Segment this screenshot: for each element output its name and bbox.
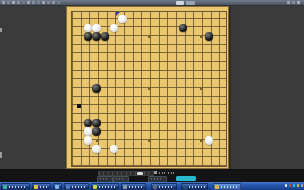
taskbar-button-label: [189, 186, 205, 188]
taskbar-button[interactable]: [181, 183, 208, 190]
last-move-triangle-marker: [116, 12, 120, 16]
game-nav-strip: [0, 169, 304, 182]
stone-black-E16: [101, 32, 109, 40]
toolbar-icon[interactable]: [287, 1, 290, 4]
taskbar-button-label: [40, 186, 48, 188]
toolbar-icon[interactable]: [57, 1, 60, 4]
taskbar-button[interactable]: [121, 183, 146, 190]
toolbar-icon[interactable]: [52, 1, 55, 4]
taskbar-button-label: [99, 186, 116, 188]
toolbar-icon[interactable]: [22, 1, 25, 4]
toolbar-icon-group-left[interactable]: [2, 1, 60, 4]
taskbar-button-label: [129, 186, 143, 188]
toolbar-mode-icon[interactable]: [186, 1, 195, 5]
app-icon: [215, 185, 219, 189]
stone-black-D10: [92, 84, 100, 92]
system-tray: [285, 184, 304, 187]
toolbar-icon[interactable]: [47, 1, 50, 4]
stone-white-C17: [84, 24, 92, 32]
toolbar-icon[interactable]: [292, 1, 295, 4]
move-counter-current: [159, 172, 166, 175]
app-icon: [66, 185, 70, 189]
app-icon: [3, 185, 7, 189]
taskbar-button[interactable]: [213, 183, 241, 190]
left-panel-notch: [0, 152, 2, 158]
tray-icon[interactable]: [289, 184, 292, 187]
toolbar-icon[interactable]: [17, 1, 20, 4]
left-panel-notch: [0, 28, 2, 32]
tray-icon[interactable]: [297, 184, 300, 187]
stone-white-G18: [118, 15, 126, 23]
taskbar-button-label: [72, 186, 86, 188]
app-icon: [55, 185, 59, 189]
toolbar-icon[interactable]: [297, 1, 300, 4]
toolbar-icon[interactable]: [32, 1, 35, 4]
stone-white-C4: [84, 136, 92, 144]
app-icon: [153, 185, 157, 189]
square-marker-B8: [77, 104, 81, 108]
app-icon: [123, 185, 127, 189]
stone-black-C6: [84, 119, 92, 127]
stone-layer: [66, 6, 230, 170]
taskbar: [0, 182, 304, 190]
tray-icon[interactable]: [293, 184, 296, 187]
taskbar-button[interactable]: [1, 183, 30, 190]
move-slider-handle[interactable]: [137, 172, 143, 176]
toolbar-icon-group-right[interactable]: [287, 1, 300, 4]
toolbar-icon[interactable]: [42, 1, 45, 4]
taskbar-button-label: [221, 186, 238, 188]
toolbar-highlighted-icon[interactable]: [176, 1, 184, 5]
taskbar-button[interactable]: [151, 183, 177, 190]
tray-icon[interactable]: [301, 184, 304, 187]
stone-white-F17: [110, 24, 118, 32]
taskbar-button[interactable]: [32, 183, 51, 190]
taskbar-button[interactable]: [53, 183, 62, 190]
toolbar-icon[interactable]: [27, 1, 30, 4]
app-icon: [34, 185, 38, 189]
toolbar-icon[interactable]: [37, 1, 40, 4]
stone-black-C16: [84, 32, 92, 40]
move-counter-checkbox[interactable]: [154, 171, 157, 174]
stone-white-R4: [205, 136, 213, 144]
tray-icon[interactable]: [285, 184, 288, 187]
taskbar-button-label: [9, 186, 27, 188]
stone-white-D3: [92, 145, 100, 153]
toolbar-icon[interactable]: [12, 1, 15, 4]
stone-black-D16: [92, 32, 100, 40]
stone-black-D6: [92, 119, 100, 127]
app-icon: [93, 185, 97, 189]
taskbar-button[interactable]: [91, 183, 119, 190]
stone-black-R16: [205, 32, 213, 40]
toolbar-icon[interactable]: [2, 1, 5, 4]
go-board[interactable]: [66, 6, 229, 169]
stone-black-O17: [179, 24, 187, 32]
stone-white-F3: [110, 145, 118, 153]
stone-white-D17: [92, 24, 100, 32]
taskbar-button[interactable]: [64, 183, 89, 190]
confirm-nav-button[interactable]: [176, 176, 196, 181]
stone-white-C5: [84, 127, 92, 135]
taskbar-button-label: [159, 186, 174, 188]
app-icon: [183, 185, 187, 189]
stone-black-D5: [92, 127, 100, 135]
move-counter-total: [168, 172, 175, 175]
toolbar-icon[interactable]: [7, 1, 10, 4]
